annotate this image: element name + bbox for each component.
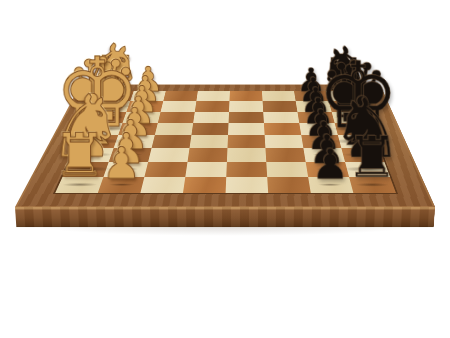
square-h4 xyxy=(183,177,226,193)
square-f6 xyxy=(265,148,305,162)
square-d5 xyxy=(228,123,265,135)
square-c4 xyxy=(193,112,229,123)
square-f3 xyxy=(148,148,189,162)
square-g3 xyxy=(144,162,187,177)
square-b4 xyxy=(195,101,230,112)
square-g6 xyxy=(266,162,308,177)
square-d4 xyxy=(191,123,228,135)
square-c5 xyxy=(229,112,264,123)
square-g4 xyxy=(185,162,227,177)
square-f5 xyxy=(227,148,266,162)
square-h3 xyxy=(140,177,185,193)
square-e4 xyxy=(190,135,228,148)
board-front-edge xyxy=(15,207,435,227)
square-f4 xyxy=(188,148,228,162)
product-photo-scene: ♜♞♝♛♚♝♞♜♟♟♟♟♟♟♟♟♟♟♟♟♟♟♟♟♜♞♝♛♚♝♞♜ xyxy=(0,0,450,338)
square-d3 xyxy=(155,123,193,135)
square-b6 xyxy=(263,101,298,112)
square-c6 xyxy=(263,112,299,123)
piece-black-pawn-h7: ♟ xyxy=(312,143,349,185)
square-h6 xyxy=(267,177,311,193)
piece-white-rook-h1: ♜ xyxy=(53,125,107,185)
square-e6 xyxy=(265,135,304,148)
square-e3 xyxy=(152,135,192,148)
piece-black-rook-h8: ♜ xyxy=(347,128,398,185)
piece-white-pawn-h2: ♟ xyxy=(102,141,141,185)
square-a5 xyxy=(229,91,262,101)
square-c3 xyxy=(158,112,195,123)
square-e5 xyxy=(227,135,265,148)
square-a4 xyxy=(196,91,230,101)
square-h5 xyxy=(226,177,269,193)
square-b5 xyxy=(229,101,263,112)
chessboard: ♜♞♝♛♚♝♞♜♟♟♟♟♟♟♟♟♟♟♟♟♟♟♟♟♜♞♝♛♚♝♞♜ xyxy=(15,84,435,207)
square-b3 xyxy=(161,101,197,112)
square-d6 xyxy=(264,123,301,135)
square-g5 xyxy=(226,162,267,177)
square-a3 xyxy=(163,91,198,101)
square-a6 xyxy=(262,91,296,101)
